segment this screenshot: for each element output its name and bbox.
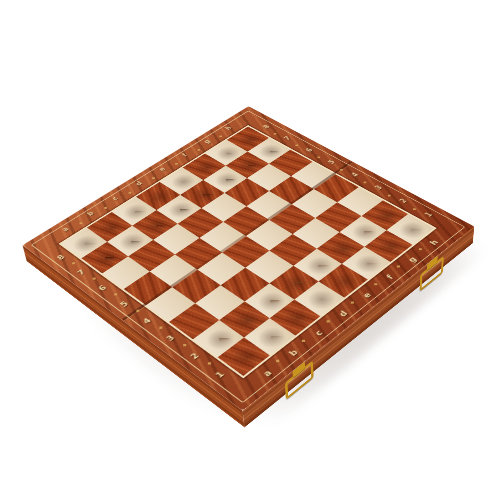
rank-label-right-4: 4	[351, 172, 360, 178]
border-inlay-dot	[397, 265, 400, 267]
file-label-e: e	[362, 291, 374, 299]
border-inlay-dot	[419, 248, 422, 250]
rank-label-4: 4	[141, 317, 152, 325]
border-inlay-dot	[351, 301, 354, 303]
rank-label-right-3: 3	[374, 185, 383, 191]
border-inlay-dot	[413, 208, 416, 210]
border-inlay-dot	[93, 278, 96, 280]
file-label-a: a	[262, 369, 274, 378]
border-inlay-dot	[276, 360, 279, 363]
border-inlay-dot	[219, 136, 222, 138]
rank-label-2: 2	[189, 352, 201, 361]
file-label-far-h: h	[225, 126, 234, 131]
border-inlay-dot	[388, 195, 391, 197]
rank-label-right-8: 8	[262, 124, 271, 129]
border-inlay-dot	[114, 293, 117, 295]
file-label-g: g	[407, 256, 419, 264]
border-inlay-dot	[152, 177, 155, 179]
rank-label-right-6: 6	[305, 148, 314, 153]
border-inlay-dot	[79, 222, 82, 224]
border-inlay-dot	[159, 326, 162, 328]
border-inlay-dot	[317, 157, 320, 159]
border-inlay-dot	[197, 149, 200, 151]
rank-label-6: 6	[97, 284, 108, 292]
file-label-far-c: c	[111, 196, 119, 201]
product-photo-stage: ♜♞♝♛♚♝♞♜♟♟♟♟♟♟♟♟♟♟♟♟♟♟♟♟♜♞♝♛♚♝♞♜ 11aa22b…	[0, 0, 500, 500]
file-label-f: f	[385, 274, 395, 280]
border-inlay-dot	[302, 340, 305, 343]
rank-label-5: 5	[119, 300, 130, 308]
file-label-b: b	[288, 349, 300, 358]
rank-label-3: 3	[165, 334, 177, 342]
border-inlay-dot	[364, 182, 367, 184]
rank-label-right-5: 5	[327, 160, 336, 165]
rank-label-right-7: 7	[283, 136, 292, 141]
border-inlay-dot	[374, 283, 377, 285]
rank-label-8: 8	[56, 254, 66, 261]
border-inlay-dot	[104, 207, 107, 209]
border-inlay-dot	[208, 362, 211, 365]
border-inlay-dot	[128, 192, 131, 194]
file-label-h: h	[429, 239, 440, 246]
border-inlay-dot	[72, 262, 75, 264]
file-label-far-b: b	[87, 211, 96, 217]
rank-label-7: 7	[76, 269, 87, 276]
file-label-d: d	[338, 310, 350, 318]
file-label-far-a: a	[61, 227, 70, 233]
chess-board[interactable]: ♜♞♝♛♚♝♞♜♟♟♟♟♟♟♟♟♟♟♟♟♟♟♟♟♜♞♝♛♚♝♞♜ 11aa22b…	[23, 106, 475, 410]
file-label-far-g: g	[203, 139, 212, 144]
rank-label-right-2: 2	[399, 198, 409, 204]
border-inlay-dot	[295, 145, 298, 147]
rank-label-right-1: 1	[424, 212, 434, 218]
file-label-far-e: e	[158, 167, 167, 172]
border-inlay-dot	[274, 133, 277, 135]
file-label-far-d: d	[135, 181, 144, 187]
border-inlay-dot	[175, 163, 178, 165]
file-label-far-f: f	[182, 153, 189, 157]
border-inlay-dot	[183, 344, 186, 347]
rank-label-1: 1	[214, 370, 226, 379]
file-label-c: c	[314, 329, 325, 337]
border-inlay-dot	[327, 320, 330, 322]
